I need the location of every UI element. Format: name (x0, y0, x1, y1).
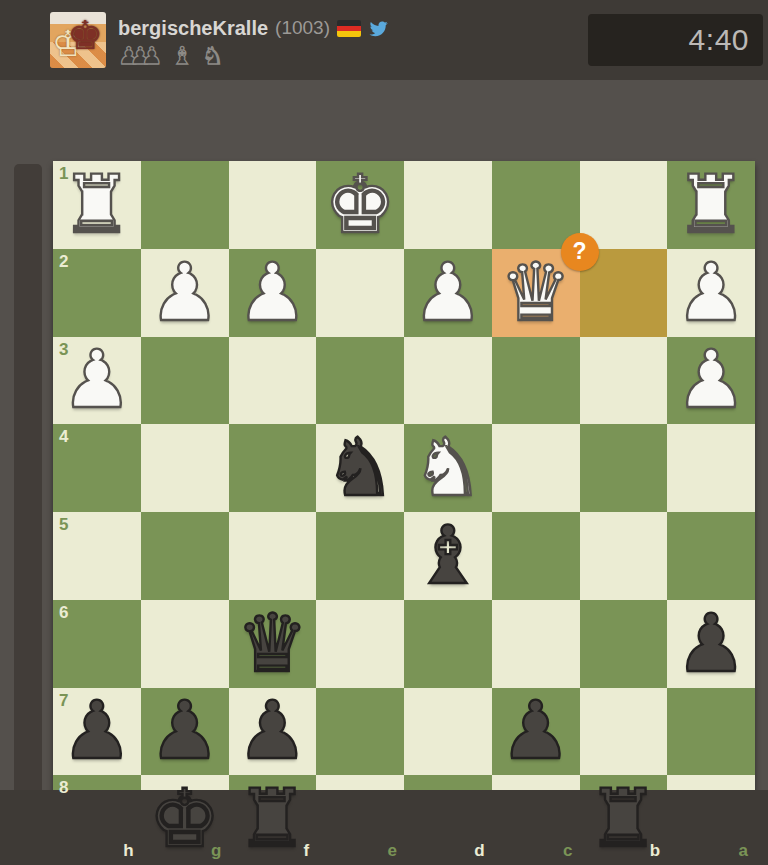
square-a6[interactable]: ♟ (667, 600, 755, 688)
square-d1[interactable] (404, 161, 492, 249)
file-label-a: a (739, 841, 748, 861)
white-knight[interactable]: ♞ (404, 424, 492, 512)
square-c1[interactable] (492, 161, 580, 249)
square-f3[interactable] (229, 337, 317, 425)
mistake-badge: ? (561, 233, 599, 271)
square-b1[interactable] (580, 161, 668, 249)
square-d2[interactable]: ♟ (404, 249, 492, 337)
square-c3[interactable] (492, 337, 580, 425)
square-e4[interactable]: ♞ (316, 424, 404, 512)
square-b4[interactable] (580, 424, 668, 512)
square-d4[interactable]: ♞ (404, 424, 492, 512)
rank-label-2: 2 (59, 252, 68, 272)
square-h1[interactable]: 1♜ (53, 161, 141, 249)
rank-label-1: 1 (59, 164, 68, 184)
square-a5[interactable] (667, 512, 755, 600)
square-a7[interactable] (667, 688, 755, 776)
top-captured-pieces: ♟♟♟♝♞ (118, 43, 233, 69)
square-g7[interactable]: ♟ (141, 688, 229, 776)
chess-board: 1♜♚♜2♟♟♟♛?♟3♟♟4♞♞5♝6♛♟7♟♟♟♟8hg♚f♜edcb♜a (53, 161, 755, 863)
white-pawn[interactable]: ♟ (667, 337, 755, 425)
top-player-bar: ♔ ♚ bergischeKralle (1003) ♟♟♟♝♞ 4:40 (0, 0, 768, 80)
square-h7[interactable]: 7♟ (53, 688, 141, 776)
file-label-c: c (563, 841, 572, 861)
square-h4[interactable]: 4 (53, 424, 141, 512)
captured-group: ♞ (202, 43, 224, 69)
white-rook[interactable]: ♜ (667, 161, 755, 249)
square-b7[interactable] (580, 688, 668, 776)
square-f5[interactable] (229, 512, 317, 600)
square-g1[interactable] (141, 161, 229, 249)
square-g4[interactable] (141, 424, 229, 512)
top-player-name-row: bergischeKralle (1003) (118, 15, 390, 41)
white-pawn[interactable]: ♟ (229, 249, 317, 337)
square-g5[interactable] (141, 512, 229, 600)
file-label-h: h (123, 841, 133, 861)
square-e3[interactable] (316, 337, 404, 425)
white-king[interactable]: ♚ (316, 161, 404, 249)
square-g3[interactable] (141, 337, 229, 425)
square-b6[interactable] (580, 600, 668, 688)
file-label-g: g (211, 841, 221, 861)
captured-bishop: ♝ (172, 43, 194, 69)
black-queen[interactable]: ♛ (229, 600, 317, 688)
avatar-red-king-photo: ♚ (67, 12, 103, 58)
top-player-avatar[interactable]: ♔ ♚ (50, 12, 106, 68)
square-f8[interactable]: f♜ (229, 775, 317, 863)
square-e1[interactable]: ♚ (316, 161, 404, 249)
black-pawn[interactable]: ♟ (141, 688, 229, 776)
square-f7[interactable]: ♟ (229, 688, 317, 776)
square-b5[interactable] (580, 512, 668, 600)
square-c4[interactable] (492, 424, 580, 512)
rank-label-7: 7 (59, 691, 68, 711)
captured-pawn: ♟ (141, 43, 163, 69)
file-label-e: e (388, 841, 397, 861)
square-e7[interactable] (316, 688, 404, 776)
top-clock-time: 4:40 (689, 23, 749, 57)
square-c5[interactable] (492, 512, 580, 600)
square-d5[interactable]: ♝ (404, 512, 492, 600)
top-player-name: bergischeKralle (118, 17, 268, 40)
file-label-f: f (304, 841, 310, 861)
square-b8[interactable]: b♜ (580, 775, 668, 863)
rank-label-3: 3 (59, 340, 68, 360)
square-f6[interactable]: ♛ (229, 600, 317, 688)
black-bishop[interactable]: ♝ (404, 512, 492, 600)
rank-label-5: 5 (59, 515, 68, 535)
captured-group: ♟♟♟ (118, 43, 163, 69)
captured-group: ♝ (172, 43, 194, 69)
square-h6[interactable]: 6 (53, 600, 141, 688)
white-pawn[interactable]: ♟ (141, 249, 229, 337)
rank-label-6: 6 (59, 603, 68, 623)
board-area: M11 1♜♚♜2♟♟♟♛?♟3♟♟4♞♞5♝6♛♟7♟♟♟♟8hg♚f♜edc… (0, 80, 768, 790)
square-d3[interactable] (404, 337, 492, 425)
twitter-bird-icon (368, 19, 390, 38)
captured-knight: ♞ (202, 43, 224, 69)
square-c2[interactable]: ♛? (492, 249, 580, 337)
square-a4[interactable] (667, 424, 755, 512)
file-label-d: d (474, 841, 484, 861)
german-flag-icon (337, 20, 361, 37)
square-f1[interactable] (229, 161, 317, 249)
square-a3[interactable]: ♟ (667, 337, 755, 425)
square-c7[interactable]: ♟ (492, 688, 580, 776)
top-player-rating: (1003) (275, 17, 330, 39)
square-e2[interactable] (316, 249, 404, 337)
square-d6[interactable] (404, 600, 492, 688)
square-e5[interactable] (316, 512, 404, 600)
square-f4[interactable] (229, 424, 317, 512)
black-knight[interactable]: ♞ (316, 424, 404, 512)
rank-label-8: 8 (59, 778, 68, 798)
white-pawn[interactable]: ♟ (667, 249, 755, 337)
square-b3[interactable] (580, 337, 668, 425)
square-h2[interactable]: 2 (53, 249, 141, 337)
square-c6[interactable] (492, 600, 580, 688)
square-g6[interactable] (141, 600, 229, 688)
square-h5[interactable]: 5 (53, 512, 141, 600)
black-pawn[interactable]: ♟ (229, 688, 317, 776)
square-d7[interactable] (404, 688, 492, 776)
evaluation-bar: M11 (14, 164, 42, 865)
white-pawn[interactable]: ♟ (404, 249, 492, 337)
square-a1[interactable]: ♜ (667, 161, 755, 249)
top-player-clock: 4:40 (588, 14, 763, 66)
black-pawn[interactable]: ♟ (667, 600, 755, 688)
rank-label-4: 4 (59, 427, 68, 447)
square-g2[interactable]: ♟ (141, 249, 229, 337)
square-g8[interactable]: g♚ (141, 775, 229, 863)
square-h3[interactable]: 3♟ (53, 337, 141, 425)
square-e6[interactable] (316, 600, 404, 688)
square-a2[interactable]: ♟ (667, 249, 755, 337)
file-label-b: b (650, 841, 660, 861)
black-pawn[interactable]: ♟ (492, 688, 580, 776)
square-f2[interactable]: ♟ (229, 249, 317, 337)
